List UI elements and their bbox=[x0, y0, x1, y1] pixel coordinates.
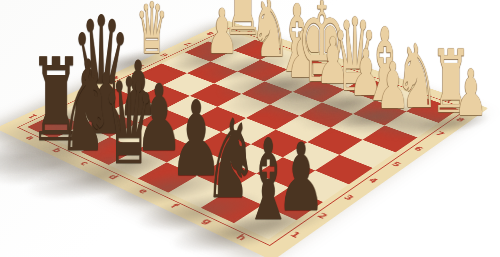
black-bishop[interactable]: ♝ bbox=[218, 124, 318, 236]
black-queen-icon: ♛ bbox=[102, 63, 155, 182]
chess-set-photo: abcdefgh abcdefgh 87654321 87654321 ♜♛♟♞… bbox=[0, 0, 500, 257]
white-pawn-icon: ♟ bbox=[376, 54, 409, 118]
pieces-layer: ♜♛♟♞♝♟♚♟♛♟♝♞♟♟♛♜♟♟♟♜♞♟♛♟♞♟♝ bbox=[0, 0, 500, 257]
white-pawn-h8[interactable]: ♟ bbox=[442, 61, 499, 125]
white-pawn-icon: ♟ bbox=[454, 61, 487, 125]
black-bishop-icon: ♝ bbox=[243, 124, 293, 236]
